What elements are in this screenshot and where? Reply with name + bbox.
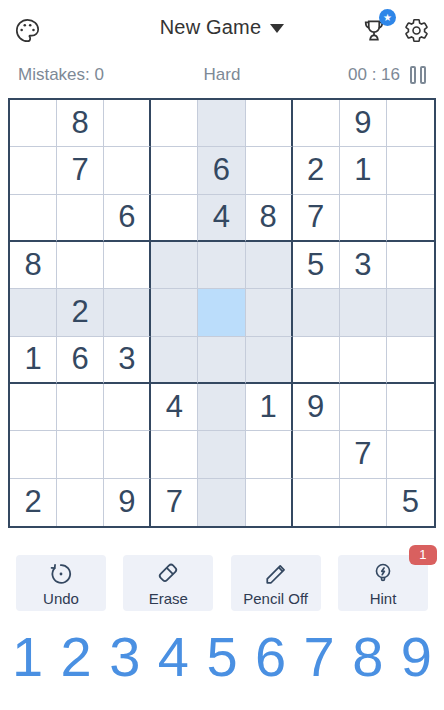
cell-r2c2[interactable]: 7 (57, 147, 104, 194)
cell-r3c8[interactable] (340, 195, 387, 242)
cell-r3c5[interactable]: 4 (198, 195, 245, 242)
cell-r2c6[interactable] (246, 147, 293, 194)
cell-r4c7[interactable]: 5 (293, 242, 340, 289)
cell-r7c3[interactable] (104, 384, 151, 431)
cell-r5c2[interactable]: 2 (57, 289, 104, 336)
numpad-key-4[interactable]: 4 (158, 629, 189, 685)
cell-r4c2[interactable] (57, 242, 104, 289)
cell-r6c3[interactable]: 3 (104, 337, 151, 384)
cell-r8c3[interactable] (104, 431, 151, 478)
erase-label: Erase (149, 590, 188, 607)
cell-r2c5[interactable]: 6 (198, 147, 245, 194)
cell-r2c8[interactable]: 1 (340, 147, 387, 194)
cell-r1c1[interactable] (10, 100, 57, 147)
trophy-star-badge: ★ (379, 9, 396, 26)
cell-r1c9[interactable] (387, 100, 434, 147)
cell-r1c7[interactable] (293, 100, 340, 147)
cell-r8c5[interactable] (198, 431, 245, 478)
hint-badge: 1 (409, 545, 437, 565)
cell-r8c6[interactable] (246, 431, 293, 478)
cell-r8c9[interactable] (387, 431, 434, 478)
cell-r4c6[interactable] (246, 242, 293, 289)
cell-r9c3[interactable]: 9 (104, 479, 151, 526)
hint-button[interactable]: 1 Hint (338, 555, 428, 611)
cell-r9c8[interactable] (340, 479, 387, 526)
page-title: New Game (160, 16, 262, 39)
cell-r9c2[interactable] (57, 479, 104, 526)
cell-r7c2[interactable] (57, 384, 104, 431)
cell-r1c8[interactable]: 9 (340, 100, 387, 147)
cell-r6c4[interactable] (151, 337, 198, 384)
cell-r8c2[interactable] (57, 431, 104, 478)
cell-r9c1[interactable]: 2 (10, 479, 57, 526)
cell-r2c4[interactable] (151, 147, 198, 194)
numpad-key-3[interactable]: 3 (109, 629, 140, 685)
cell-r7c9[interactable] (387, 384, 434, 431)
cell-r3c4[interactable] (151, 195, 198, 242)
cell-r5c1[interactable] (10, 289, 57, 336)
cell-r5c9[interactable] (387, 289, 434, 336)
cell-r6c6[interactable] (246, 337, 293, 384)
cell-r6c8[interactable] (340, 337, 387, 384)
pause-icon (410, 66, 416, 84)
undo-button[interactable]: Undo (16, 555, 106, 611)
cell-r9c9[interactable]: 5 (387, 479, 434, 526)
cell-r4c9[interactable] (387, 242, 434, 289)
cell-r3c3[interactable]: 6 (104, 195, 151, 242)
cell-r9c7[interactable] (293, 479, 340, 526)
number-pad: 123456789 (0, 629, 444, 685)
numpad-key-5[interactable]: 5 (206, 629, 237, 685)
undo-label: Undo (43, 590, 79, 607)
chevron-down-icon (270, 24, 284, 33)
cell-r5c3[interactable] (104, 289, 151, 336)
cell-r6c7[interactable] (293, 337, 340, 384)
cell-r1c3[interactable] (104, 100, 151, 147)
timer: 00 : 16 (348, 65, 400, 85)
cell-r3c1[interactable] (10, 195, 57, 242)
cell-r5c5[interactable] (198, 289, 245, 336)
top-bar: New Game ★ (0, 0, 444, 54)
cell-r2c3[interactable] (104, 147, 151, 194)
pause-button[interactable] (410, 66, 426, 84)
cell-r6c2[interactable]: 6 (57, 337, 104, 384)
cell-r5c8[interactable] (340, 289, 387, 336)
cell-r8c8[interactable]: 7 (340, 431, 387, 478)
cell-r3c2[interactable] (57, 195, 104, 242)
cell-r4c5[interactable] (198, 242, 245, 289)
cell-r8c7[interactable] (293, 431, 340, 478)
cell-r7c6[interactable]: 1 (246, 384, 293, 431)
cell-r7c5[interactable] (198, 384, 245, 431)
numpad-key-1[interactable]: 1 (12, 629, 43, 685)
cell-r7c4[interactable]: 4 (151, 384, 198, 431)
trophy-icon[interactable]: ★ (360, 16, 388, 44)
status-bar: Mistakes: 0 Hard 00 : 16 (0, 62, 444, 88)
cell-r1c5[interactable] (198, 100, 245, 147)
pencil-icon (267, 565, 284, 582)
sudoku-board: 8976216487853216341972975 (8, 98, 436, 528)
pencil-button[interactable]: Pencil Off (231, 555, 321, 611)
cell-r6c9[interactable] (387, 337, 434, 384)
cell-r3c6[interactable]: 8 (246, 195, 293, 242)
numpad-key-6[interactable]: 6 (255, 629, 286, 685)
cell-r7c8[interactable] (340, 384, 387, 431)
cell-r4c8[interactable]: 3 (340, 242, 387, 289)
cell-r6c1[interactable]: 1 (10, 337, 57, 384)
cell-r9c6[interactable] (246, 479, 293, 526)
cell-r6c5[interactable] (198, 337, 245, 384)
numpad-key-9[interactable]: 9 (401, 629, 432, 685)
cell-r8c4[interactable] (151, 431, 198, 478)
settings-icon[interactable] (403, 17, 430, 44)
cell-r2c1[interactable] (10, 147, 57, 194)
cell-r3c9[interactable] (387, 195, 434, 242)
numpad-key-7[interactable]: 7 (304, 629, 335, 685)
cell-r5c6[interactable] (246, 289, 293, 336)
cell-r4c1[interactable]: 8 (10, 242, 57, 289)
cell-r8c1[interactable] (10, 431, 57, 478)
cell-r4c4[interactable] (151, 242, 198, 289)
numpad-key-8[interactable]: 8 (352, 629, 383, 685)
cell-r1c2[interactable]: 8 (57, 100, 104, 147)
cell-r4c3[interactable] (104, 242, 151, 289)
cell-r9c5[interactable] (198, 479, 245, 526)
eraser-icon (159, 563, 178, 582)
cell-r7c1[interactable] (10, 384, 57, 431)
cell-r3c7[interactable]: 7 (293, 195, 340, 242)
cell-r5c4[interactable] (151, 289, 198, 336)
cell-r9c4[interactable]: 7 (151, 479, 198, 526)
erase-button[interactable]: Erase (123, 555, 213, 611)
numpad-key-2[interactable]: 2 (61, 629, 92, 685)
cell-r2c9[interactable] (387, 147, 434, 194)
cell-r2c7[interactable]: 2 (293, 147, 340, 194)
pencil-label: Pencil Off (243, 590, 308, 607)
cell-r5c7[interactable] (293, 289, 340, 336)
cell-r1c4[interactable] (151, 100, 198, 147)
hint-label: Hint (370, 590, 397, 607)
cell-r7c7[interactable]: 9 (293, 384, 340, 431)
cell-r1c6[interactable] (246, 100, 293, 147)
toolbar: Undo Erase Pencil Off 1 Hint (0, 555, 444, 611)
